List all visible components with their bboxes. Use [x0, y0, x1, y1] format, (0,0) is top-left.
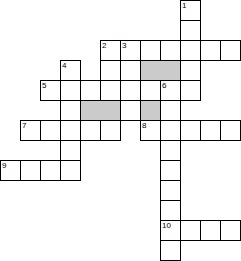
grid-cell-r6c7[interactable]: 8 — [140, 120, 161, 141]
grid-cell-r4c2[interactable]: 5 — [40, 80, 61, 101]
grid-cell-r3c3[interactable]: 4 — [60, 60, 81, 81]
clue-number-7: 7 — [22, 121, 26, 130]
grid-cell-r3c6[interactable] — [120, 60, 141, 81]
clue-number-8: 8 — [142, 121, 146, 130]
grid-cell-r8c0[interactable]: 9 — [0, 160, 21, 181]
grid-cell-r7c3[interactable] — [60, 140, 81, 161]
clue-number-5: 5 — [42, 81, 46, 90]
grid-cell-r11c10[interactable] — [200, 220, 221, 241]
clue-number-9: 9 — [2, 161, 6, 170]
grid-cell-r10c8[interactable] — [160, 200, 181, 221]
crossword-board: 12345678910 — [0, 0, 241, 261]
grid-cell-r2c8[interactable] — [160, 40, 181, 61]
grid-cell-r8c8[interactable] — [160, 160, 181, 181]
grid-cell-r4c3[interactable] — [60, 80, 81, 101]
grid-cell-r4c6[interactable] — [120, 80, 141, 101]
grid-cell-r11c11[interactable] — [220, 220, 241, 241]
grid-cell-r8c2[interactable] — [40, 160, 61, 181]
grid-cell-r6c11[interactable] — [220, 120, 241, 141]
grid-cell-r11c9[interactable] — [180, 220, 201, 241]
crossword-page: 12345678910 — [0, 0, 241, 261]
grid-cell-r2c7[interactable] — [140, 40, 161, 61]
grid-cell-r8c1[interactable] — [20, 160, 41, 181]
clue-number-3: 3 — [122, 41, 126, 50]
grid-cell-r4c8[interactable]: 6 — [160, 80, 181, 101]
grid-cell-r6c3[interactable] — [60, 120, 81, 141]
grid-cell-r6c10[interactable] — [200, 120, 221, 141]
grid-cell-r4c9[interactable] — [180, 80, 201, 101]
blocked-cells-1 — [80, 100, 121, 121]
grid-cell-r2c6[interactable]: 3 — [120, 40, 141, 61]
grid-cell-r5c8[interactable] — [160, 100, 181, 121]
clue-number-2: 2 — [102, 41, 106, 50]
grid-cell-r9c8[interactable] — [160, 180, 181, 201]
grid-cell-r2c11[interactable] — [220, 40, 241, 61]
grid-cell-r12c8[interactable] — [160, 240, 181, 261]
blocked-cells-2 — [140, 100, 161, 121]
clue-number-6: 6 — [162, 81, 166, 90]
grid-cell-r5c3[interactable] — [60, 100, 81, 121]
grid-cell-r3c5[interactable] — [100, 60, 121, 81]
grid-cell-r4c4[interactable] — [80, 80, 101, 101]
grid-cell-r4c5[interactable] — [100, 80, 121, 101]
grid-cell-r8c3[interactable] — [60, 160, 81, 181]
grid-cell-r5c6[interactable] — [120, 100, 141, 121]
grid-cell-r2c10[interactable] — [200, 40, 221, 61]
grid-cell-r7c8[interactable] — [160, 140, 181, 161]
clue-number-4: 4 — [62, 61, 66, 70]
grid-cell-r4c7[interactable] — [140, 80, 161, 101]
clue-number-10: 10 — [162, 221, 171, 230]
blocked-cells-0 — [140, 60, 181, 81]
grid-cell-r11c8[interactable]: 10 — [160, 220, 181, 241]
grid-cell-r6c8[interactable] — [160, 120, 181, 141]
grid-cell-r6c9[interactable] — [180, 120, 201, 141]
grid-cell-r2c9[interactable] — [180, 40, 201, 61]
grid-cell-r6c5[interactable] — [100, 120, 121, 141]
grid-cell-r6c2[interactable] — [40, 120, 61, 141]
grid-cell-r3c9[interactable] — [180, 60, 201, 81]
grid-cell-r6c4[interactable] — [80, 120, 101, 141]
grid-cell-r1c9[interactable] — [180, 20, 201, 41]
grid-cell-r6c1[interactable]: 7 — [20, 120, 41, 141]
clue-number-1: 1 — [182, 1, 186, 10]
grid-cell-r0c9[interactable]: 1 — [180, 0, 201, 21]
grid-cell-r2c5[interactable]: 2 — [100, 40, 121, 61]
